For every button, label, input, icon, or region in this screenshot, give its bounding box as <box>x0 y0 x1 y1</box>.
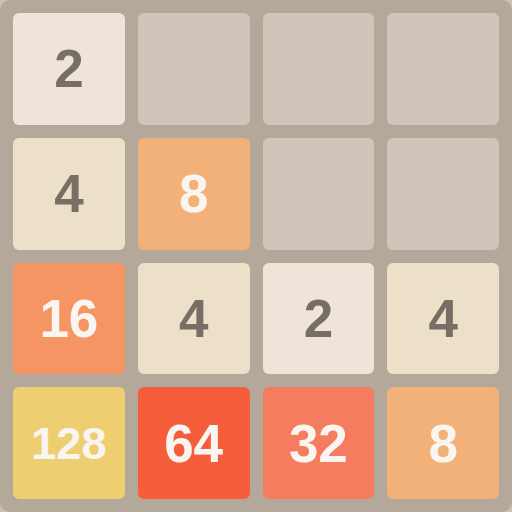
tile-4: 4 <box>387 263 499 375</box>
tile-2: 2 <box>263 263 375 375</box>
tile-2: 2 <box>13 13 125 125</box>
empty-cell <box>138 13 250 125</box>
board-2048[interactable]: 2481642412864328 <box>0 0 512 512</box>
empty-cell <box>387 138 499 250</box>
tile-16: 16 <box>13 263 125 375</box>
empty-cell <box>263 13 375 125</box>
empty-cell <box>263 138 375 250</box>
tile-8: 8 <box>387 387 499 499</box>
tile-128: 128 <box>13 387 125 499</box>
tile-64: 64 <box>138 387 250 499</box>
tile-8: 8 <box>138 138 250 250</box>
empty-cell <box>387 13 499 125</box>
tile-4: 4 <box>138 263 250 375</box>
tile-32: 32 <box>263 387 375 499</box>
tile-4: 4 <box>13 138 125 250</box>
